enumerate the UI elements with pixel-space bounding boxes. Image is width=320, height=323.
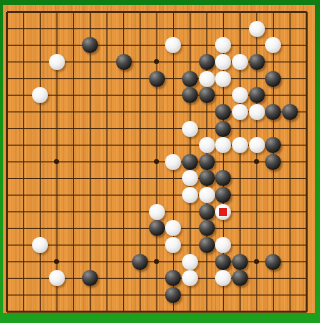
black-stone <box>199 220 215 236</box>
black-stone <box>199 154 215 170</box>
white-stone <box>149 204 165 220</box>
white-stone <box>232 54 248 70</box>
white-stone <box>182 270 198 286</box>
star-point <box>154 59 159 64</box>
white-stone <box>215 270 231 286</box>
star-point <box>254 259 259 264</box>
black-stone <box>199 170 215 186</box>
white-stone <box>182 170 198 186</box>
white-stone <box>249 21 265 37</box>
white-stone <box>32 237 48 253</box>
white-stone <box>265 37 281 53</box>
white-stone <box>199 137 215 153</box>
black-stone <box>265 137 281 153</box>
white-stone <box>215 137 231 153</box>
black-stone <box>149 71 165 87</box>
black-stone <box>165 270 181 286</box>
star-point <box>254 159 259 164</box>
white-stone <box>49 54 65 70</box>
star-point <box>154 259 159 264</box>
black-stone <box>165 287 181 303</box>
black-stone <box>199 87 215 103</box>
black-stone <box>232 270 248 286</box>
black-stone <box>199 237 215 253</box>
white-stone <box>182 121 198 137</box>
black-stone <box>215 187 231 203</box>
black-stone <box>215 170 231 186</box>
star-point <box>54 259 59 264</box>
black-stone <box>265 104 281 120</box>
black-stone <box>265 154 281 170</box>
white-stone <box>182 187 198 203</box>
board-frame <box>0 0 320 323</box>
white-stone <box>232 87 248 103</box>
star-point <box>154 159 159 164</box>
white-stone <box>215 204 231 220</box>
black-stone <box>182 154 198 170</box>
white-stone <box>49 270 65 286</box>
black-stone <box>149 220 165 236</box>
white-stone <box>215 37 231 53</box>
black-stone <box>265 71 281 87</box>
black-stone <box>182 71 198 87</box>
last-move-marker <box>219 208 227 216</box>
white-stone <box>232 104 248 120</box>
stones-grid <box>0 4 315 320</box>
white-stone <box>249 137 265 153</box>
black-stone <box>249 87 265 103</box>
white-stone <box>199 71 215 87</box>
white-stone <box>165 237 181 253</box>
black-stone <box>199 54 215 70</box>
black-stone <box>282 104 298 120</box>
black-stone <box>215 104 231 120</box>
star-point <box>54 159 59 164</box>
white-stone <box>165 154 181 170</box>
white-stone <box>215 237 231 253</box>
black-stone <box>199 204 215 220</box>
black-stone <box>232 254 248 270</box>
white-stone <box>199 187 215 203</box>
black-stone <box>182 87 198 103</box>
black-stone <box>249 54 265 70</box>
go-board[interactable] <box>3 5 315 313</box>
black-stone <box>265 254 281 270</box>
white-stone <box>215 71 231 87</box>
black-stone <box>116 54 132 70</box>
white-stone <box>182 254 198 270</box>
black-stone <box>215 121 231 137</box>
black-stone <box>215 254 231 270</box>
black-stone <box>132 254 148 270</box>
white-stone <box>249 104 265 120</box>
white-stone <box>215 54 231 70</box>
white-stone <box>232 137 248 153</box>
white-stone <box>165 37 181 53</box>
white-stone <box>32 87 48 103</box>
black-stone <box>82 270 98 286</box>
white-stone <box>165 220 181 236</box>
black-stone <box>82 37 98 53</box>
